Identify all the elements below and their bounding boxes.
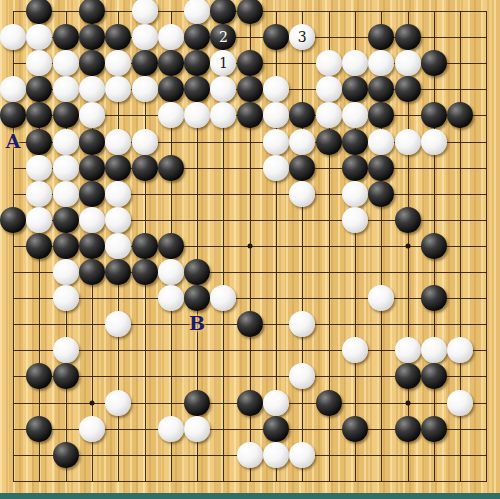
white-stone: [0, 24, 26, 50]
white-stone: [210, 285, 236, 311]
black-stone: [158, 233, 184, 259]
black-stone: [184, 50, 210, 76]
white-stone: [395, 50, 421, 76]
black-stone: [158, 50, 184, 76]
black-stone: [289, 102, 315, 128]
white-stone: [105, 129, 131, 155]
black-stone: [368, 155, 394, 181]
white-stone: [53, 285, 79, 311]
black-stone: [368, 181, 394, 207]
white-stone: [79, 102, 105, 128]
screenshot: 231AB: [0, 0, 500, 499]
black-stone: [395, 363, 421, 389]
black-stone: [421, 50, 447, 76]
white-stone: [289, 311, 315, 337]
white-stone: [421, 337, 447, 363]
black-stone: [368, 102, 394, 128]
black-stone: [237, 102, 263, 128]
black-stone: [79, 0, 105, 24]
black-stone: [26, 102, 52, 128]
black-stone: [26, 233, 52, 259]
black-stone: [184, 24, 210, 50]
white-stone: [368, 285, 394, 311]
move-number-label: 2: [219, 30, 228, 44]
black-stone: [289, 155, 315, 181]
white-stone: [26, 155, 52, 181]
black-stone: [263, 24, 289, 50]
white-stone: [184, 0, 210, 24]
white-stone: [105, 181, 131, 207]
point-label-a: A: [6, 130, 21, 152]
white-stone: [316, 102, 342, 128]
white-stone: [263, 442, 289, 468]
white-stone: [289, 129, 315, 155]
black-stone: [26, 129, 52, 155]
white-stone: [132, 129, 158, 155]
point-label-b: B: [189, 312, 205, 334]
white-stone: [105, 390, 131, 416]
star-point: [405, 400, 410, 405]
black-stone: [79, 50, 105, 76]
black-stone: [105, 259, 131, 285]
black-stone: [53, 207, 79, 233]
black-stone: [368, 24, 394, 50]
white-stone: [53, 259, 79, 285]
white-stone: [263, 76, 289, 102]
white-stone: [105, 207, 131, 233]
white-stone: [53, 50, 79, 76]
black-stone: [210, 0, 236, 24]
white-stone: [53, 181, 79, 207]
black-stone: [132, 155, 158, 181]
white-stone: [263, 390, 289, 416]
white-stone: [79, 207, 105, 233]
black-stone: 2: [210, 24, 236, 50]
black-stone: [79, 24, 105, 50]
go-board[interactable]: 231AB: [0, 0, 500, 499]
white-stone: [132, 24, 158, 50]
grid-line-vertical: [486, 11, 487, 482]
black-stone: [184, 285, 210, 311]
black-stone: [184, 76, 210, 102]
black-stone: [342, 155, 368, 181]
white-stone: [395, 129, 421, 155]
star-point: [247, 243, 252, 248]
white-stone: [53, 155, 79, 181]
white-stone: 1: [210, 50, 236, 76]
black-stone: [26, 76, 52, 102]
white-stone: [105, 233, 131, 259]
white-stone: [447, 390, 473, 416]
black-stone: [26, 416, 52, 442]
black-stone: [132, 259, 158, 285]
white-stone: [158, 102, 184, 128]
black-stone: [316, 390, 342, 416]
black-stone: [53, 363, 79, 389]
black-stone: [53, 442, 79, 468]
black-stone: [395, 24, 421, 50]
white-stone: [263, 102, 289, 128]
black-stone: [421, 102, 447, 128]
black-stone: [421, 233, 447, 259]
white-stone: [395, 337, 421, 363]
white-stone: [53, 76, 79, 102]
white-stone: [368, 50, 394, 76]
black-stone: [237, 311, 263, 337]
white-stone: [316, 76, 342, 102]
white-stone: [342, 181, 368, 207]
white-stone: [342, 337, 368, 363]
black-stone: [105, 155, 131, 181]
black-stone: [0, 102, 26, 128]
grid-line-vertical: [302, 11, 303, 482]
black-stone: [53, 102, 79, 128]
star-point: [89, 400, 94, 405]
black-stone: [237, 0, 263, 24]
move-number-label: 1: [219, 56, 228, 70]
black-stone: [158, 155, 184, 181]
white-stone: [210, 76, 236, 102]
white-stone: [158, 416, 184, 442]
white-stone: [53, 337, 79, 363]
white-stone: [158, 285, 184, 311]
black-stone: [447, 102, 473, 128]
black-stone: [79, 129, 105, 155]
white-stone: [26, 50, 52, 76]
white-stone: [342, 102, 368, 128]
white-stone: [53, 129, 79, 155]
white-stone: [289, 442, 315, 468]
white-stone: [289, 363, 315, 389]
white-stone: [105, 76, 131, 102]
black-stone: [421, 416, 447, 442]
black-stone: [53, 233, 79, 259]
white-stone: 3: [289, 24, 315, 50]
black-stone: [184, 259, 210, 285]
black-stone: [395, 207, 421, 233]
window-border-bottom: [0, 493, 500, 499]
black-stone: [105, 24, 131, 50]
black-stone: [368, 76, 394, 102]
white-stone: [237, 442, 263, 468]
white-stone: [132, 76, 158, 102]
white-stone: [368, 129, 394, 155]
black-stone: [79, 233, 105, 259]
black-stone: [79, 181, 105, 207]
grid-line-horizontal: [13, 298, 487, 299]
black-stone: [53, 24, 79, 50]
white-stone: [263, 155, 289, 181]
black-stone: [316, 129, 342, 155]
white-stone: [105, 50, 131, 76]
white-stone: [342, 50, 368, 76]
white-stone: [210, 102, 236, 128]
black-stone: [263, 416, 289, 442]
black-stone: [79, 155, 105, 181]
white-stone: [289, 181, 315, 207]
black-stone: [342, 129, 368, 155]
white-stone: [105, 311, 131, 337]
white-stone: [132, 0, 158, 24]
white-stone: [26, 181, 52, 207]
white-stone: [158, 259, 184, 285]
black-stone: [184, 390, 210, 416]
white-stone: [421, 129, 447, 155]
white-stone: [447, 337, 473, 363]
black-stone: [342, 76, 368, 102]
white-stone: [316, 50, 342, 76]
black-stone: [342, 416, 368, 442]
black-stone: [237, 50, 263, 76]
black-stone: [26, 363, 52, 389]
black-stone: [132, 233, 158, 259]
white-stone: [184, 102, 210, 128]
black-stone: [0, 207, 26, 233]
white-stone: [263, 129, 289, 155]
white-stone: [342, 207, 368, 233]
black-stone: [158, 76, 184, 102]
black-stone: [237, 390, 263, 416]
black-stone: [395, 416, 421, 442]
white-stone: [0, 76, 26, 102]
white-stone: [184, 416, 210, 442]
black-stone: [26, 0, 52, 24]
white-stone: [26, 24, 52, 50]
move-number-label: 3: [298, 30, 307, 44]
white-stone: [79, 76, 105, 102]
white-stone: [158, 24, 184, 50]
black-stone: [79, 259, 105, 285]
black-stone: [132, 50, 158, 76]
black-stone: [237, 76, 263, 102]
white-stone: [26, 207, 52, 233]
white-stone: [79, 416, 105, 442]
black-stone: [395, 76, 421, 102]
star-point: [405, 243, 410, 248]
black-stone: [421, 285, 447, 311]
grid-line-horizontal: [13, 481, 487, 482]
black-stone: [421, 363, 447, 389]
